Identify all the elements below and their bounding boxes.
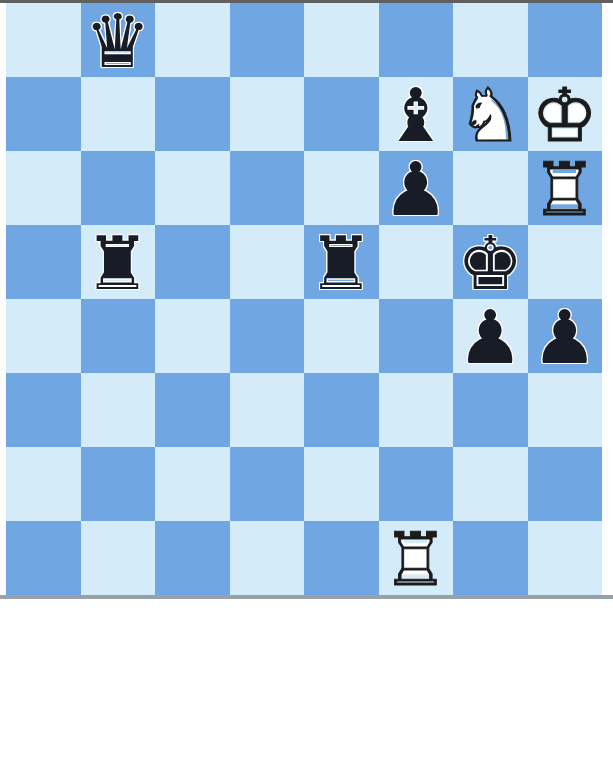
square-a6[interactable] (6, 151, 81, 225)
square-a3[interactable] (6, 373, 81, 447)
square-c3[interactable] (155, 373, 230, 447)
square-d1[interactable] (230, 521, 305, 595)
square-g5[interactable]: ♚ (453, 225, 528, 299)
square-e4[interactable] (304, 299, 379, 373)
square-f3[interactable] (379, 373, 454, 447)
page: ♛♝♞♘♚♔♟♜♖♜♜♚♟♟♜♖ (0, 0, 613, 776)
square-f6[interactable]: ♟ (379, 151, 454, 225)
square-b6[interactable] (81, 151, 156, 225)
square-e2[interactable] (304, 447, 379, 521)
square-g6[interactable] (453, 151, 528, 225)
square-f2[interactable] (379, 447, 454, 521)
rook-glyph: ♜ (81, 225, 156, 299)
square-b2[interactable] (81, 447, 156, 521)
bishop-glyph: ♝ (379, 77, 454, 151)
queen-glyph: ♛ (81, 3, 156, 77)
rook-glyph-outline: ♖ (528, 151, 603, 225)
square-d2[interactable] (230, 447, 305, 521)
pawn-glyph: ♟ (379, 151, 454, 225)
king-glyph: ♚ (453, 225, 528, 299)
piece-black-pawn-h4[interactable]: ♟ (528, 299, 603, 373)
square-h5[interactable] (528, 225, 603, 299)
pawn-glyph: ♟ (453, 299, 528, 373)
square-e7[interactable] (304, 77, 379, 151)
square-b7[interactable] (81, 77, 156, 151)
square-g1[interactable] (453, 521, 528, 595)
square-f1[interactable]: ♜♖ (379, 521, 454, 595)
square-g3[interactable] (453, 373, 528, 447)
king-glyph-outline: ♔ (528, 77, 603, 151)
square-c2[interactable] (155, 447, 230, 521)
square-d7[interactable] (230, 77, 305, 151)
square-d3[interactable] (230, 373, 305, 447)
square-b8[interactable]: ♛ (81, 3, 156, 77)
square-g4[interactable]: ♟ (453, 299, 528, 373)
square-c5[interactable] (155, 225, 230, 299)
piece-black-bishop-f7[interactable]: ♝ (379, 77, 454, 151)
piece-black-pawn-f6[interactable]: ♟ (379, 151, 454, 225)
square-f5[interactable] (379, 225, 454, 299)
square-c8[interactable] (155, 3, 230, 77)
knight-glyph-outline: ♘ (453, 77, 528, 151)
square-e6[interactable] (304, 151, 379, 225)
square-h2[interactable] (528, 447, 603, 521)
piece-black-queen-b8[interactable]: ♛ (81, 3, 156, 77)
square-c1[interactable] (155, 521, 230, 595)
square-b3[interactable] (81, 373, 156, 447)
square-c7[interactable] (155, 77, 230, 151)
square-c6[interactable] (155, 151, 230, 225)
piece-black-king-g5[interactable]: ♚ (453, 225, 528, 299)
square-d6[interactable] (230, 151, 305, 225)
board-bottom-border (0, 595, 613, 599)
square-b1[interactable] (81, 521, 156, 595)
square-f8[interactable] (379, 3, 454, 77)
square-b4[interactable] (81, 299, 156, 373)
square-g2[interactable] (453, 447, 528, 521)
square-f4[interactable] (379, 299, 454, 373)
piece-black-rook-b5[interactable]: ♜ (81, 225, 156, 299)
square-d4[interactable] (230, 299, 305, 373)
square-a2[interactable] (6, 447, 81, 521)
square-f7[interactable]: ♝ (379, 77, 454, 151)
piece-white-knight-g7[interactable]: ♞♘ (453, 77, 528, 151)
square-g7[interactable]: ♞♘ (453, 77, 528, 151)
square-a4[interactable] (6, 299, 81, 373)
square-h4[interactable]: ♟ (528, 299, 603, 373)
square-b5[interactable]: ♜ (81, 225, 156, 299)
square-c4[interactable] (155, 299, 230, 373)
piece-black-rook-e5[interactable]: ♜ (304, 225, 379, 299)
square-e5[interactable]: ♜ (304, 225, 379, 299)
square-d8[interactable] (230, 3, 305, 77)
square-h1[interactable] (528, 521, 603, 595)
piece-white-rook-f1[interactable]: ♜♖ (379, 521, 454, 595)
piece-white-king-h7[interactable]: ♚♔ (528, 77, 603, 151)
pawn-glyph: ♟ (528, 299, 603, 373)
square-e3[interactable] (304, 373, 379, 447)
square-h3[interactable] (528, 373, 603, 447)
square-d5[interactable] (230, 225, 305, 299)
square-a5[interactable] (6, 225, 81, 299)
square-h6[interactable]: ♜♖ (528, 151, 603, 225)
square-h7[interactable]: ♚♔ (528, 77, 603, 151)
piece-white-rook-h6[interactable]: ♜♖ (528, 151, 603, 225)
square-e1[interactable] (304, 521, 379, 595)
rook-glyph-outline: ♖ (379, 521, 454, 595)
piece-black-pawn-g4[interactable]: ♟ (453, 299, 528, 373)
square-e8[interactable] (304, 3, 379, 77)
square-g8[interactable] (453, 3, 528, 77)
rook-glyph: ♜ (304, 225, 379, 299)
square-a8[interactable] (6, 3, 81, 77)
square-h8[interactable] (528, 3, 603, 77)
square-a7[interactable] (6, 77, 81, 151)
square-a1[interactable] (6, 521, 81, 595)
chess-board: ♛♝♞♘♚♔♟♜♖♜♜♚♟♟♜♖ (6, 3, 602, 595)
